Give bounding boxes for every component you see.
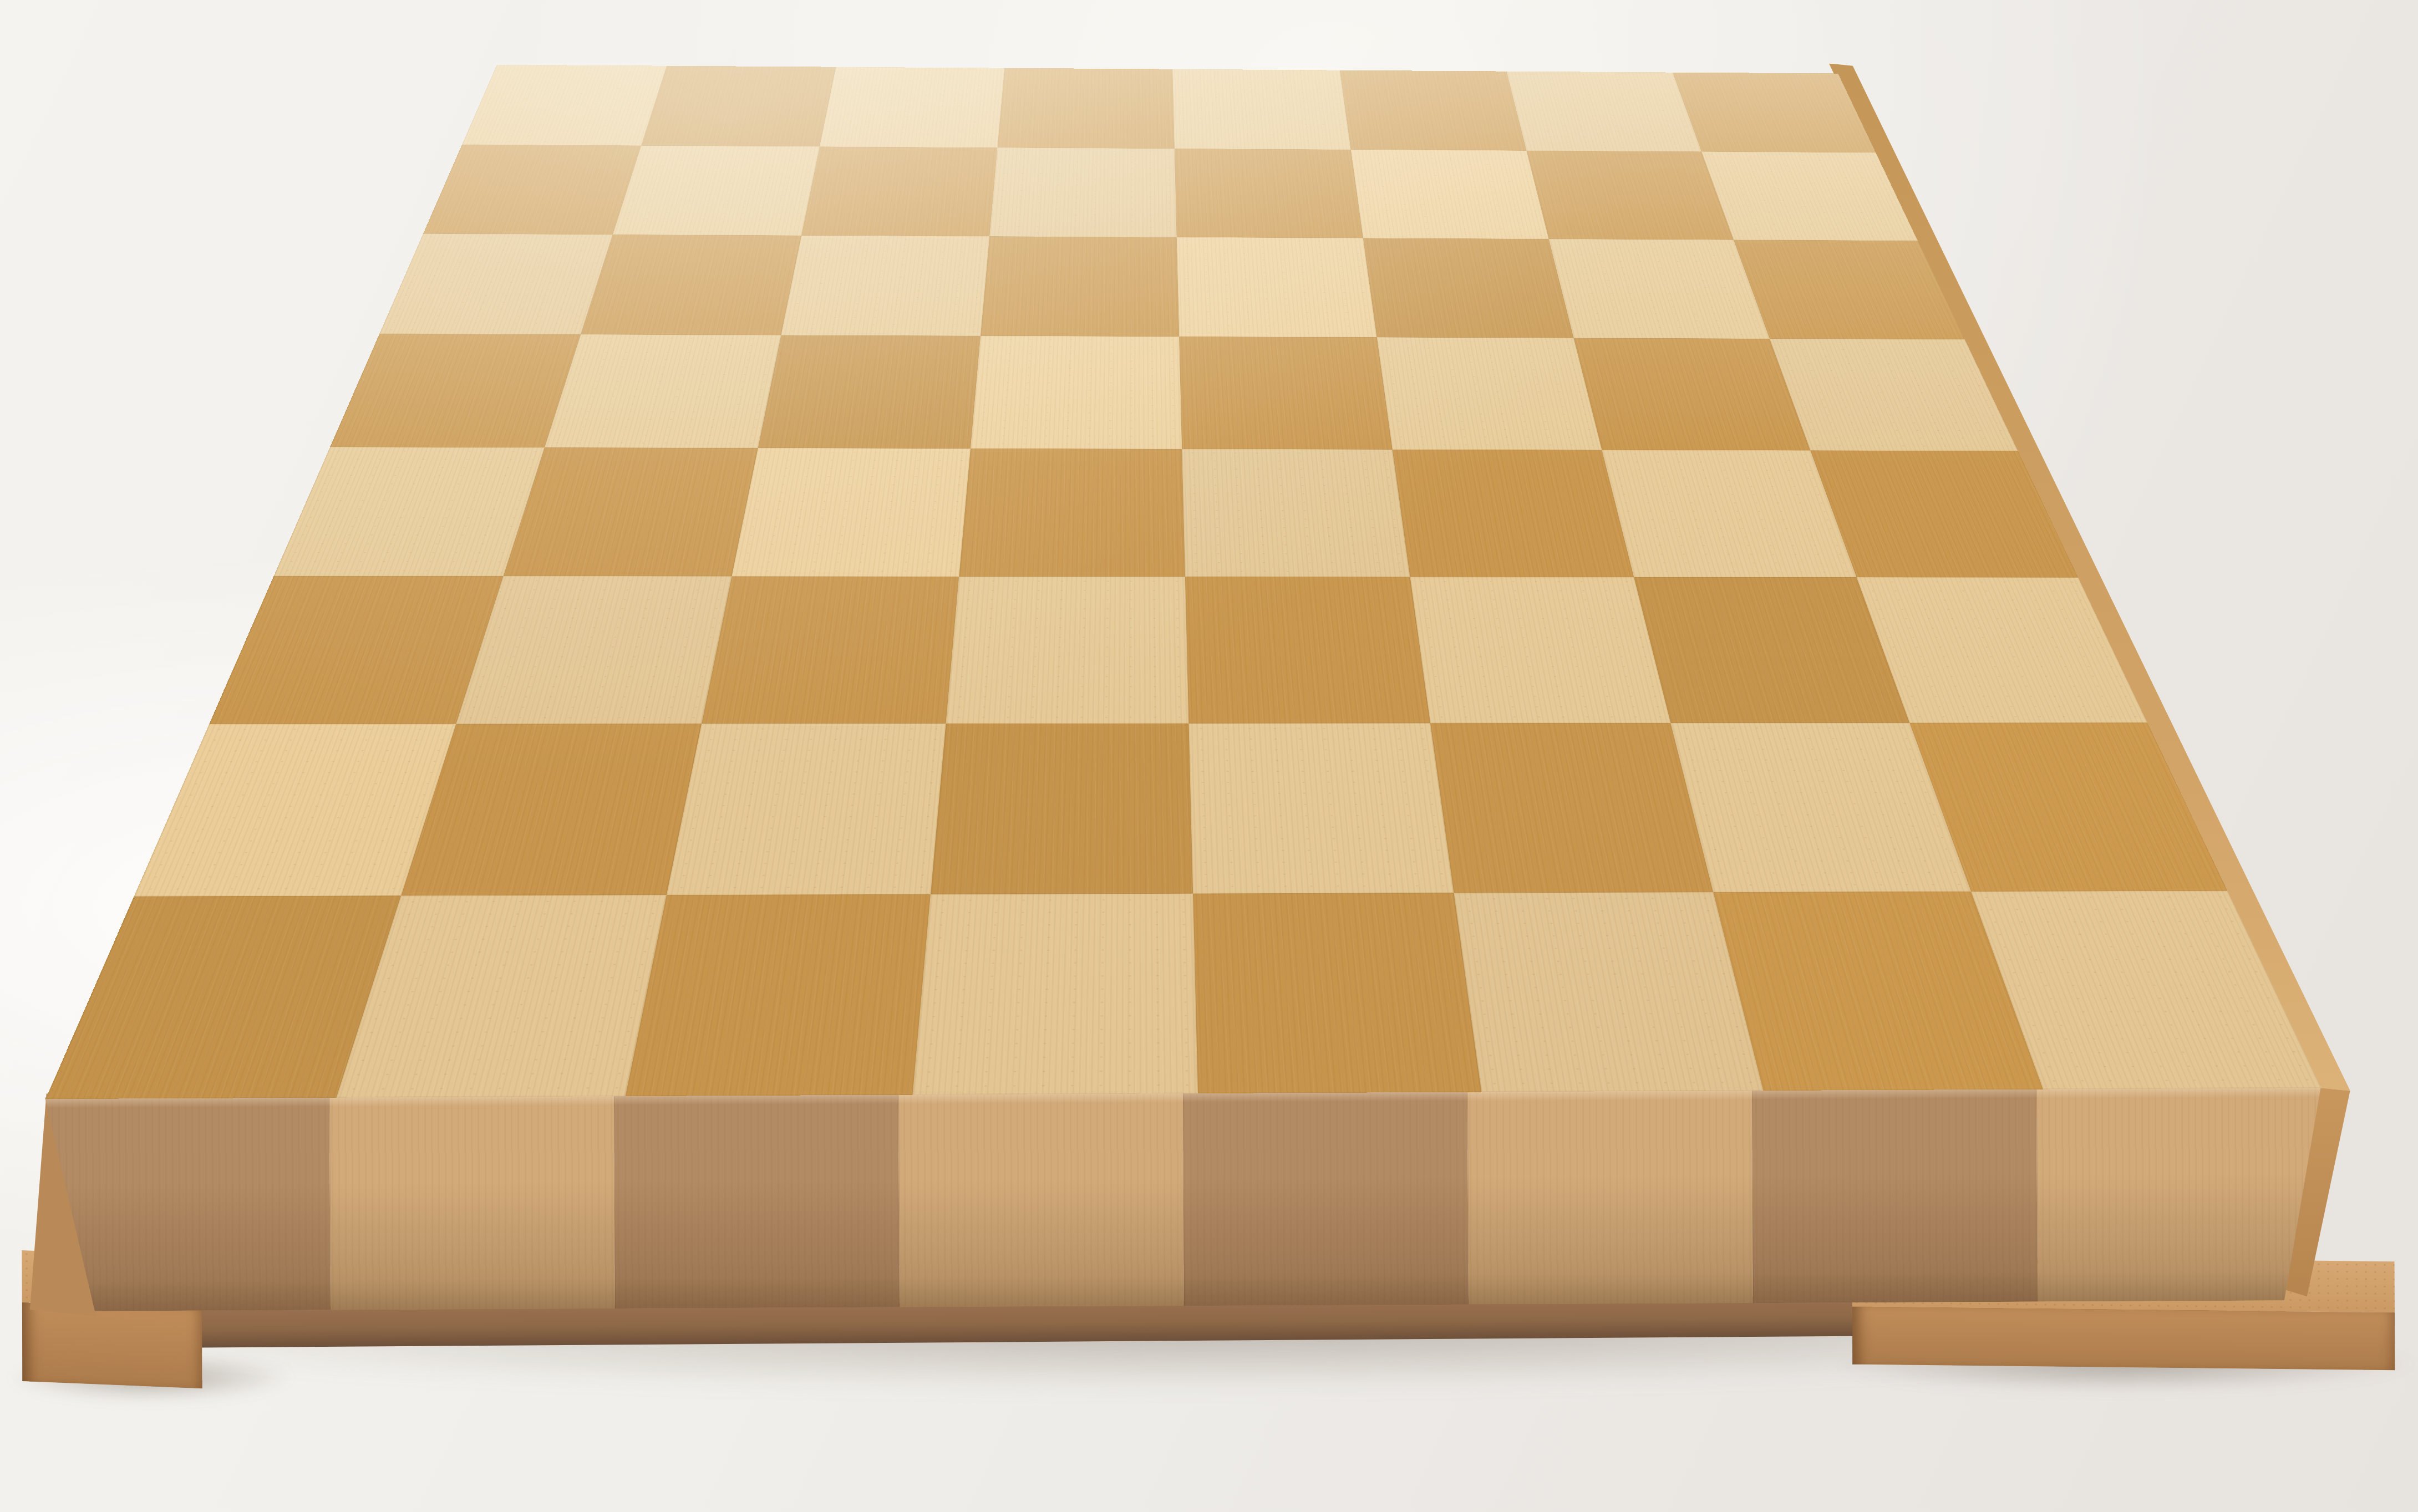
board-square [801, 146, 997, 236]
board-square [1185, 577, 1430, 724]
front-edge-band [898, 1092, 1184, 1307]
board-square [667, 724, 946, 895]
board-square [1188, 723, 1454, 893]
front-edge-band [45, 1096, 331, 1312]
board-square [274, 447, 545, 576]
board-surface [45, 65, 2321, 1099]
board-square [732, 448, 971, 577]
board-square [702, 576, 959, 724]
front-edge-band [614, 1093, 900, 1309]
foot-right-front-face [1852, 1307, 2395, 1370]
board-square [1172, 69, 1351, 150]
board-square [134, 724, 456, 897]
board-square [946, 577, 1188, 724]
board-square [1454, 892, 1763, 1092]
board-square [1340, 70, 1527, 151]
front-edge-band [1752, 1088, 2038, 1304]
board-square [456, 576, 732, 724]
board-square [913, 894, 1198, 1095]
board-square [1193, 893, 1481, 1093]
board-square [1574, 338, 1811, 450]
board-squares [45, 65, 2321, 1099]
foot-left-front-face [22, 1302, 202, 1388]
board-square [931, 724, 1193, 894]
board-square [1549, 239, 1770, 339]
board-square [981, 236, 1179, 337]
board-square [641, 66, 836, 147]
background-surface [0, 0, 2418, 1512]
front-edge-band [1183, 1091, 1469, 1306]
board-square [781, 236, 989, 336]
board-square [1377, 337, 1602, 450]
board-square [959, 449, 1185, 577]
board-square [1410, 577, 1670, 723]
board-square [1506, 72, 1701, 152]
front-edge-band [329, 1094, 615, 1310]
board-square [1527, 151, 1734, 240]
board-square [581, 235, 801, 335]
board-square [545, 334, 781, 447]
board-square [1182, 449, 1410, 577]
board-square [330, 334, 581, 447]
board-square [1363, 238, 1574, 338]
board-square [423, 145, 641, 235]
board-square [504, 447, 758, 576]
board-square [379, 234, 613, 335]
board-square [1175, 149, 1363, 238]
board-square [1177, 237, 1377, 338]
board-square [1179, 337, 1392, 449]
board-square [613, 146, 820, 236]
front-edge-band [1467, 1089, 1753, 1305]
board-square [758, 335, 981, 449]
board-square [820, 67, 1004, 148]
board-square [997, 68, 1174, 149]
front-edge-band [2036, 1086, 2322, 1302]
board-square [462, 65, 667, 146]
board-front-edge [45, 1086, 2322, 1311]
board-square [971, 336, 1182, 449]
board-square [1351, 150, 1549, 239]
chessboard [0, 0, 2418, 1512]
board-square [1430, 723, 1713, 893]
board-square [989, 147, 1177, 237]
board-square [209, 576, 504, 724]
board-square [1393, 449, 1634, 577]
board-square [626, 894, 931, 1096]
